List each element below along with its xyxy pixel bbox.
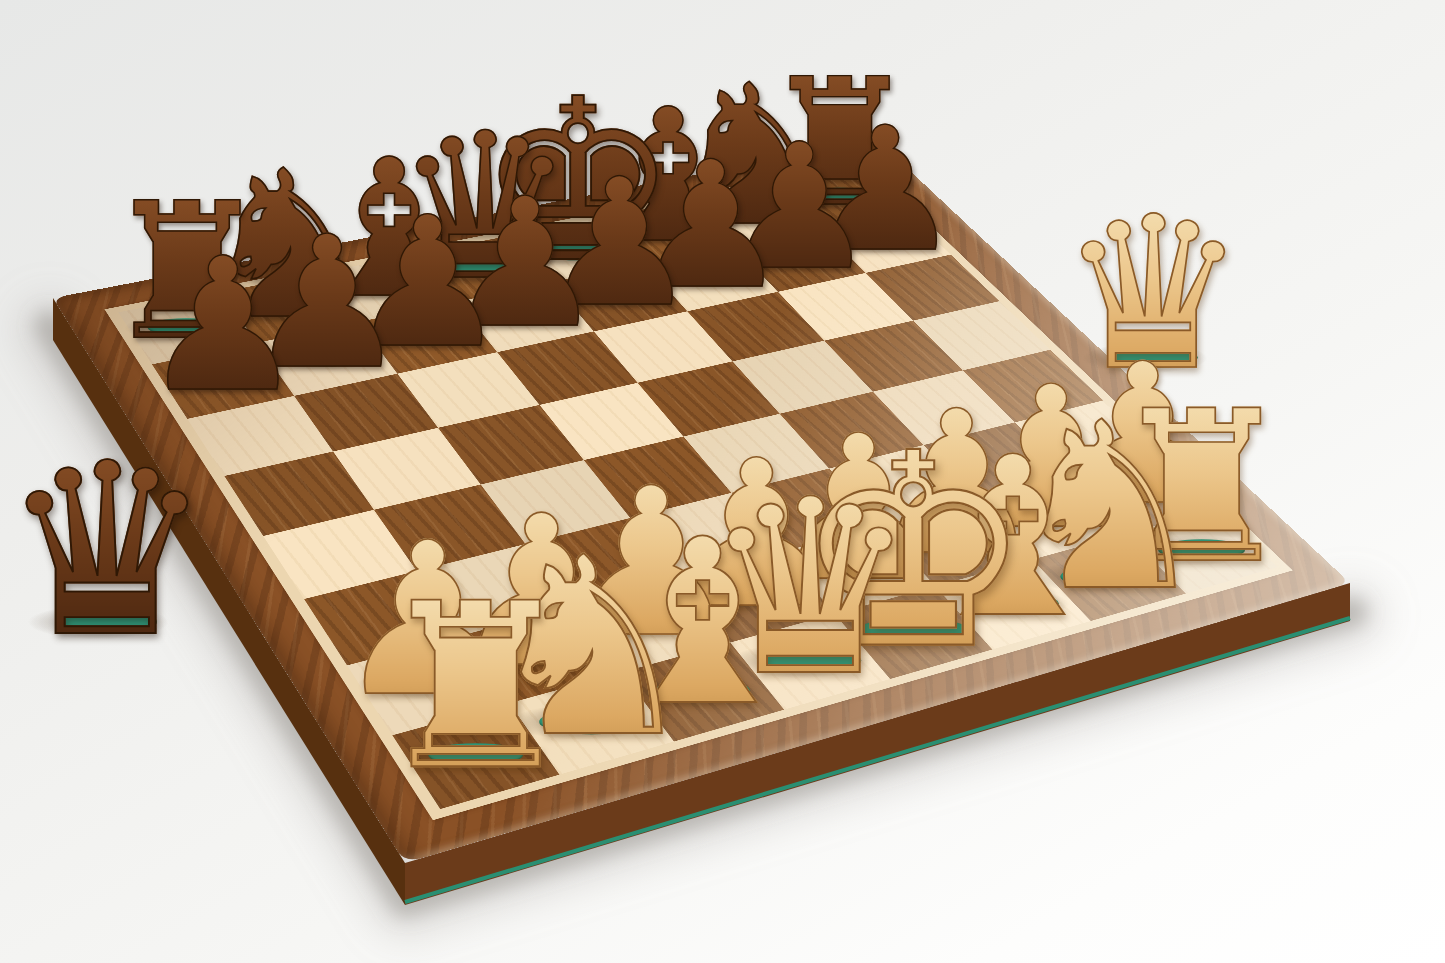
white-rook-glyph: ♜ — [373, 572, 577, 800]
scene: ♜♞♝♛♚♝♞♜♟♟♟♟♟♟♟♟♟♟♟♟♟♟♟♟♜♞♝♛♚♝♞♜♛♛ — [0, 0, 1445, 963]
pieces-layer: ♜♞♝♛♚♝♞♜♟♟♟♟♟♟♟♟♟♟♟♟♟♟♟♟♜♞♝♛♚♝♞♜♛♛ — [0, 0, 1445, 963]
black-pawn-glyph: ♟ — [140, 233, 305, 417]
black-queen-glyph: ♛ — [0, 432, 213, 670]
